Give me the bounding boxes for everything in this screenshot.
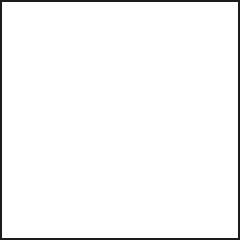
puzzle-grid[interactable] — [42, 42, 238, 238]
nonogram-puzzle — [0, 0, 240, 240]
row-clues-panel — [2, 42, 42, 238]
corner-block — [2, 2, 42, 42]
column-clues-panel — [42, 2, 238, 42]
